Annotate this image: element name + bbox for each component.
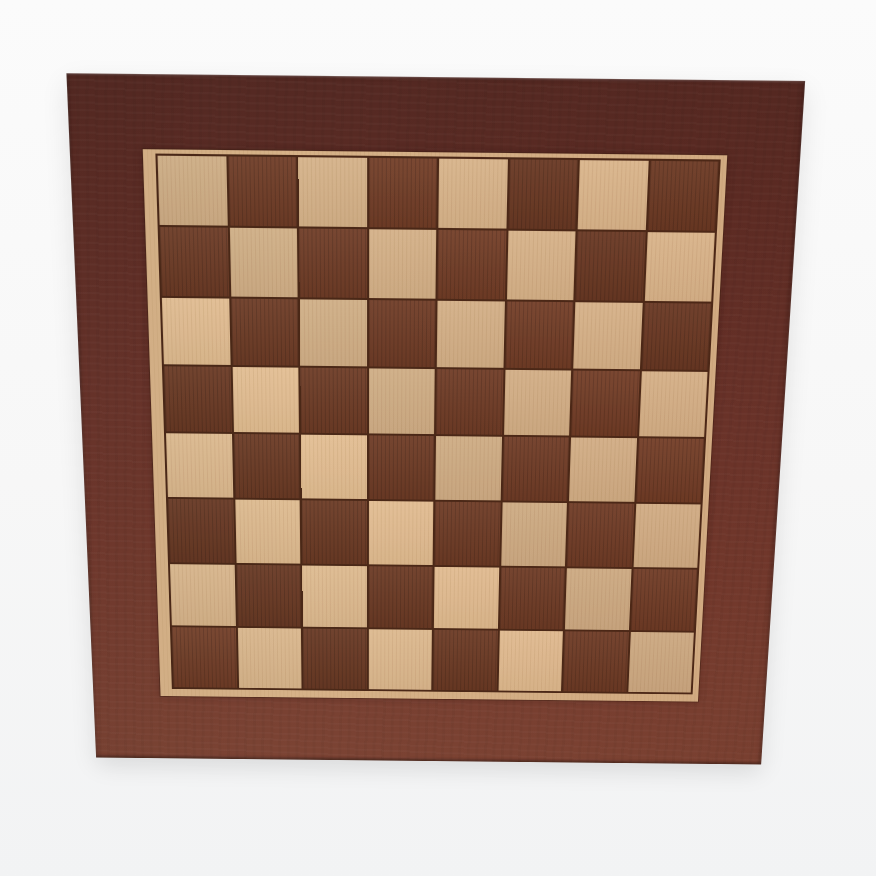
square-g4 — [569, 437, 637, 502]
square-b6 — [231, 298, 299, 365]
square-e1 — [433, 630, 497, 691]
square-h2 — [630, 569, 697, 631]
square-b1 — [237, 628, 301, 689]
square-f6 — [505, 301, 573, 368]
square-f1 — [498, 630, 563, 691]
square-d2 — [368, 566, 432, 628]
square-e4 — [435, 436, 501, 501]
chessboard-frame — [66, 73, 805, 764]
square-g2 — [565, 568, 631, 630]
square-b3 — [235, 500, 300, 563]
square-f2 — [499, 567, 565, 629]
square-e7 — [438, 230, 506, 299]
square-f7 — [506, 231, 575, 300]
square-h3 — [633, 504, 700, 567]
square-d4 — [368, 435, 434, 500]
square-e8 — [438, 159, 507, 229]
square-c3 — [302, 501, 367, 564]
square-c8 — [298, 157, 366, 227]
square-a2 — [170, 564, 235, 626]
square-d5 — [369, 368, 435, 434]
square-f5 — [504, 370, 572, 436]
square-b8 — [228, 156, 297, 226]
square-b5 — [232, 367, 299, 433]
square-h6 — [641, 302, 711, 369]
square-a1 — [172, 627, 237, 688]
square-a7 — [160, 227, 229, 296]
square-b4 — [233, 434, 299, 499]
square-a6 — [162, 297, 230, 364]
square-e3 — [435, 502, 501, 565]
square-d3 — [368, 501, 433, 564]
square-b2 — [236, 564, 301, 626]
square-c6 — [300, 299, 367, 366]
board-margin — [143, 149, 728, 701]
square-a8 — [158, 156, 228, 226]
photo-background — [0, 0, 876, 876]
square-e5 — [436, 369, 503, 435]
square-g8 — [578, 160, 649, 230]
square-h8 — [647, 161, 718, 231]
square-f8 — [508, 159, 578, 229]
square-g1 — [563, 631, 628, 692]
square-e6 — [437, 300, 505, 367]
chessboard-photo — [66, 73, 805, 764]
square-f4 — [502, 437, 569, 502]
square-d1 — [368, 629, 432, 690]
square-g7 — [575, 232, 645, 301]
square-a5 — [164, 366, 232, 432]
square-a4 — [166, 433, 233, 498]
square-c5 — [300, 367, 366, 433]
square-c4 — [301, 435, 367, 500]
square-h4 — [636, 438, 704, 503]
square-c1 — [303, 628, 367, 689]
square-h7 — [644, 232, 714, 301]
square-c7 — [299, 229, 367, 298]
square-d6 — [369, 300, 436, 367]
square-f3 — [501, 503, 567, 566]
board-grid — [155, 154, 720, 695]
square-g5 — [571, 370, 639, 436]
square-g6 — [573, 302, 642, 369]
square-h1 — [628, 632, 694, 693]
square-e2 — [434, 566, 499, 628]
square-d8 — [369, 158, 437, 228]
square-c2 — [302, 565, 366, 627]
square-d7 — [369, 229, 437, 298]
square-a3 — [168, 499, 234, 562]
square-g3 — [567, 503, 634, 566]
square-h5 — [639, 371, 708, 437]
square-b7 — [229, 228, 297, 297]
